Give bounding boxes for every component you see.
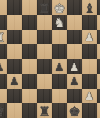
square-c5[interactable] bbox=[22, 44, 37, 59]
square-e2[interactable] bbox=[52, 89, 67, 104]
square-g6[interactable]: ♟ bbox=[82, 30, 97, 45]
square-g1[interactable] bbox=[82, 103, 97, 118]
square-d8[interactable]: ♜ bbox=[37, 0, 52, 15]
black-queen-a1[interactable]: ♛ bbox=[0, 104, 5, 117]
board-viewport: ♜♚♝♞♜♟♟♟♟♟♟♟♛♜♚ bbox=[0, 0, 100, 118]
square-g3[interactable] bbox=[82, 74, 97, 89]
white-knight-e7[interactable]: ♞ bbox=[53, 16, 65, 29]
square-c6[interactable] bbox=[22, 30, 37, 45]
square-e8[interactable]: ♚ bbox=[52, 0, 67, 15]
square-c1[interactable] bbox=[22, 103, 37, 118]
square-b6[interactable] bbox=[7, 30, 22, 45]
square-h8[interactable] bbox=[97, 0, 100, 15]
square-a8[interactable] bbox=[0, 0, 7, 15]
square-e7[interactable]: ♞ bbox=[52, 15, 67, 30]
square-b1[interactable] bbox=[7, 103, 22, 118]
square-e5[interactable] bbox=[52, 44, 67, 59]
square-h6[interactable] bbox=[97, 30, 100, 45]
square-f7[interactable] bbox=[67, 15, 82, 30]
black-pawn-b3[interactable]: ♟ bbox=[9, 76, 19, 87]
square-h7[interactable] bbox=[97, 15, 100, 30]
square-g4[interactable] bbox=[82, 59, 97, 74]
square-g7[interactable] bbox=[82, 15, 97, 30]
square-c3[interactable] bbox=[22, 74, 37, 89]
chess-board[interactable]: ♜♚♝♞♜♟♟♟♟♟♟♟♛♜♚ bbox=[0, 0, 100, 118]
square-h4[interactable] bbox=[97, 59, 100, 74]
square-c2[interactable] bbox=[22, 89, 37, 104]
black-king-f1[interactable]: ♚ bbox=[68, 104, 80, 117]
square-a4[interactable]: ♟ bbox=[0, 59, 7, 74]
square-c4[interactable] bbox=[22, 59, 37, 74]
square-e6[interactable] bbox=[52, 30, 67, 45]
square-b5[interactable] bbox=[7, 44, 22, 59]
square-d3[interactable] bbox=[37, 74, 52, 89]
square-d1[interactable]: ♜ bbox=[37, 103, 52, 118]
square-h3[interactable] bbox=[97, 74, 100, 89]
white-king-e8[interactable]: ♚ bbox=[53, 1, 65, 14]
square-f3[interactable]: ♟ bbox=[67, 74, 82, 89]
black-pawn-a4[interactable]: ♟ bbox=[0, 61, 4, 72]
square-g5[interactable] bbox=[82, 44, 97, 59]
square-f2[interactable] bbox=[67, 89, 82, 104]
square-d6[interactable] bbox=[37, 30, 52, 45]
square-b2[interactable] bbox=[7, 89, 22, 104]
square-b8[interactable] bbox=[7, 0, 22, 15]
square-c8[interactable] bbox=[22, 0, 37, 15]
white-pawn-f4[interactable]: ♟ bbox=[69, 61, 79, 72]
white-pawn-g2[interactable]: ♟ bbox=[84, 91, 94, 102]
square-b3[interactable]: ♟ bbox=[7, 74, 22, 89]
square-a7[interactable] bbox=[0, 15, 7, 30]
square-g8[interactable]: ♝ bbox=[82, 0, 97, 15]
square-f8[interactable] bbox=[67, 0, 82, 15]
square-e3[interactable] bbox=[52, 74, 67, 89]
square-f4[interactable]: ♟ bbox=[67, 59, 82, 74]
black-rook-d8[interactable]: ♜ bbox=[38, 1, 50, 14]
square-a3[interactable] bbox=[0, 74, 7, 89]
square-a2[interactable] bbox=[0, 89, 7, 104]
square-h5[interactable] bbox=[97, 44, 100, 59]
square-d4[interactable] bbox=[37, 59, 52, 74]
square-h1[interactable] bbox=[97, 103, 100, 118]
square-d5[interactable] bbox=[37, 44, 52, 59]
square-h2[interactable] bbox=[97, 89, 100, 104]
square-c7[interactable] bbox=[22, 15, 37, 30]
square-f5[interactable] bbox=[67, 44, 82, 59]
square-a6[interactable]: ♜ bbox=[0, 30, 7, 45]
square-b4[interactable] bbox=[7, 59, 22, 74]
white-pawn-g6[interactable]: ♟ bbox=[84, 32, 94, 43]
black-pawn-e4[interactable]: ♟ bbox=[54, 61, 64, 72]
square-a5[interactable] bbox=[0, 44, 7, 59]
square-g2[interactable]: ♟ bbox=[82, 89, 97, 104]
square-b7[interactable] bbox=[7, 15, 22, 30]
square-e1[interactable] bbox=[52, 103, 67, 118]
square-e4[interactable]: ♟ bbox=[52, 59, 67, 74]
black-pawn-f3[interactable]: ♟ bbox=[69, 76, 79, 87]
black-bishop-g8[interactable]: ♝ bbox=[83, 1, 95, 14]
square-f1[interactable]: ♚ bbox=[67, 103, 82, 118]
white-rook-a6[interactable]: ♜ bbox=[0, 31, 5, 44]
square-a1[interactable]: ♛ bbox=[0, 103, 7, 118]
square-d2[interactable] bbox=[37, 89, 52, 104]
square-d7[interactable] bbox=[37, 15, 52, 30]
square-f6[interactable] bbox=[67, 30, 82, 45]
black-rook-d1[interactable]: ♜ bbox=[38, 104, 50, 117]
